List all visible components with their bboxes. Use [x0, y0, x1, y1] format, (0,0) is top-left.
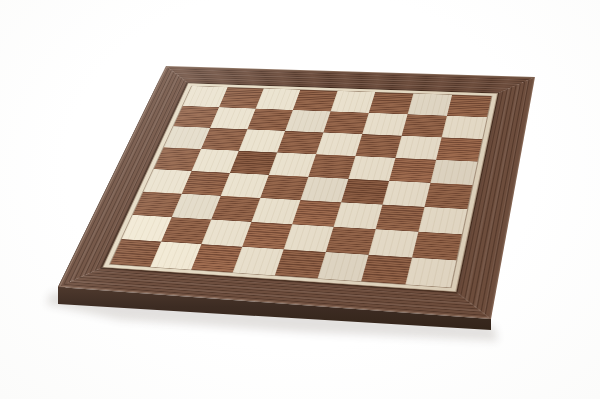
square-g1 [361, 255, 412, 285]
square-h5 [430, 160, 477, 185]
square-f8 [369, 92, 414, 114]
square-g6 [395, 136, 441, 160]
square-h3 [418, 207, 467, 234]
square-f7 [362, 113, 407, 136]
square-f2 [326, 227, 376, 255]
square-g7 [402, 114, 447, 137]
square-g5 [389, 158, 436, 183]
square-g2 [369, 229, 419, 257]
square-e7 [323, 111, 368, 134]
product-photo [0, 0, 600, 399]
square-f1 [318, 252, 369, 281]
square-h6 [436, 137, 482, 161]
square-g4 [383, 181, 431, 207]
square-h7 [442, 116, 487, 139]
square-g8 [408, 94, 453, 116]
square-f5 [348, 156, 395, 181]
square-f6 [355, 134, 401, 158]
square-h2 [412, 232, 462, 261]
square-h8 [447, 95, 491, 117]
square-e8 [331, 91, 376, 113]
square-h4 [425, 183, 473, 209]
square-g3 [376, 205, 425, 232]
square-h1 [405, 258, 456, 288]
square-f4 [341, 179, 389, 205]
square-f3 [334, 202, 383, 229]
